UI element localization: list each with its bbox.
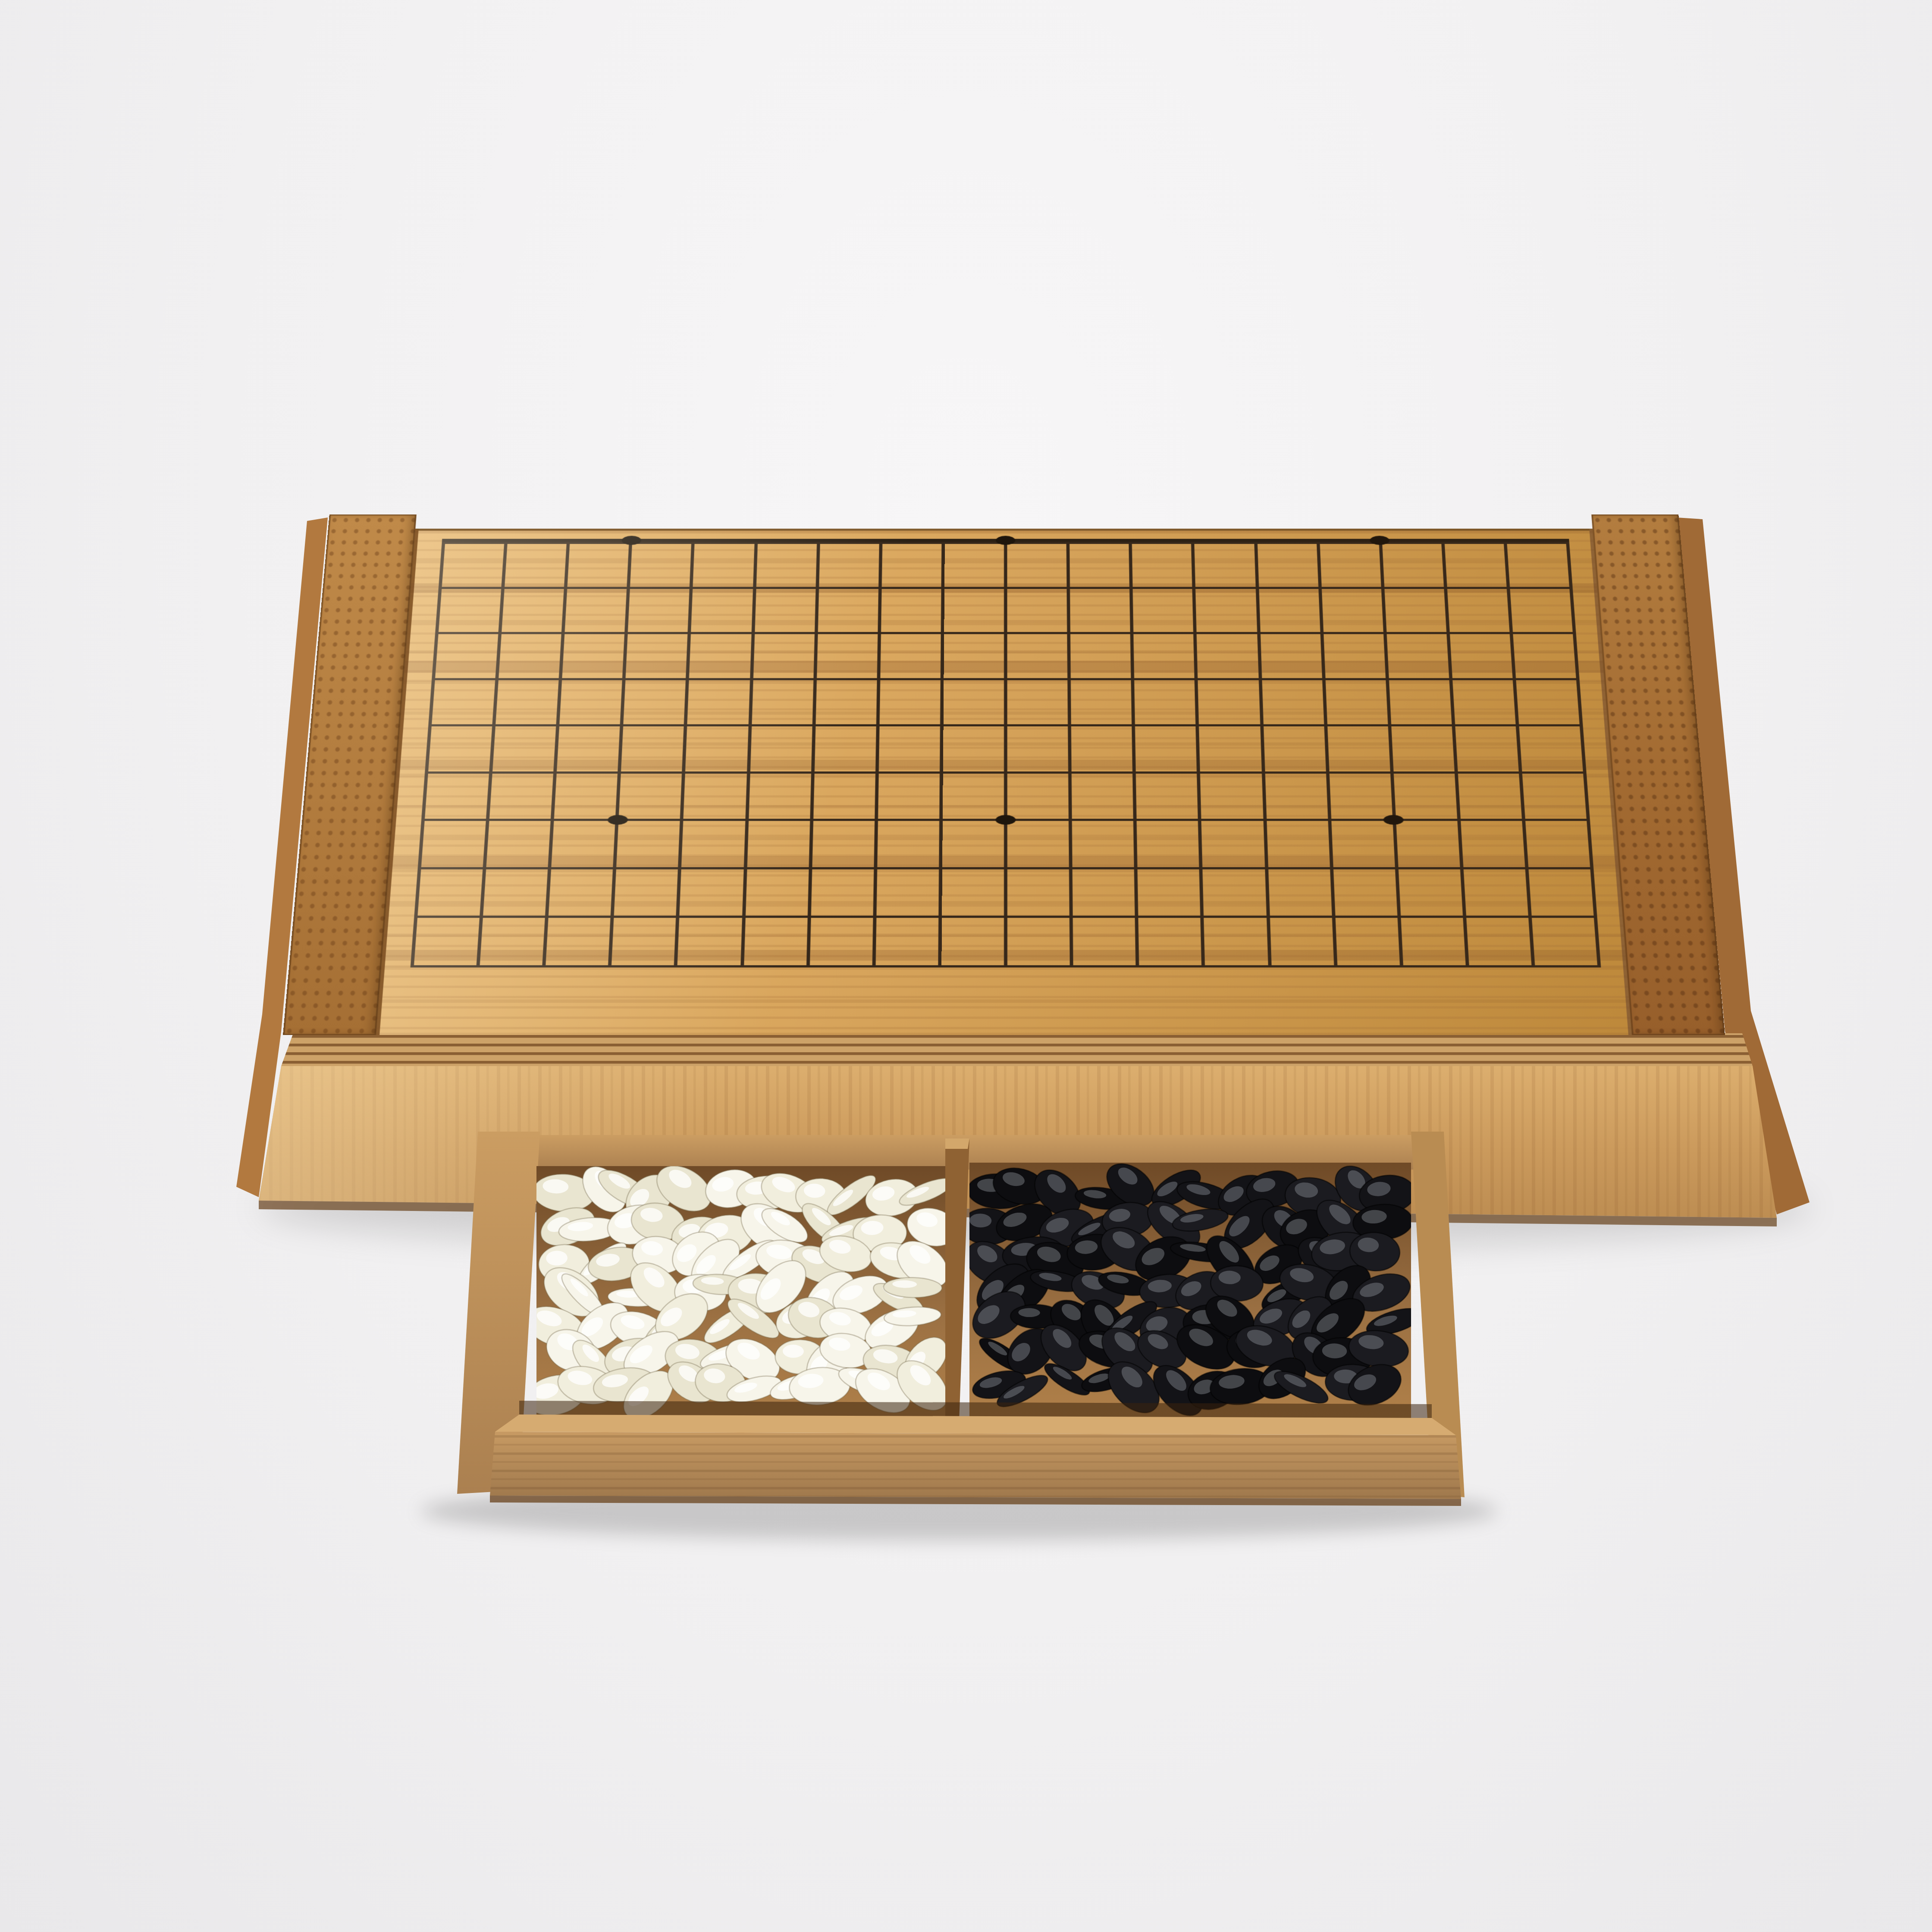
go-stone [883,1277,942,1298]
go-board-box-top [283,529,1725,1035]
drawer-front-grain [490,1432,1461,1499]
board-bevel-edge [281,1033,1753,1066]
board-wood-surface [376,529,1632,1035]
photo-stage [0,0,1932,1932]
drawer-divider-top-edge [945,1138,969,1149]
star-point-seam-c10 [996,536,1015,545]
go-grid [411,539,1601,967]
star-point-r16-c10 [996,815,1016,825]
star-point-seam-c16 [1370,536,1389,545]
star-point-r16-c4 [608,815,628,825]
drawer-divider [945,1138,969,1421]
star-point-seam-c4 [621,536,641,545]
drawer-front-lip [495,1414,1456,1435]
white-stone-pile [520,1157,962,1428]
star-point-r16-c16 [1383,815,1404,825]
black-stone-pile [958,1155,1425,1424]
